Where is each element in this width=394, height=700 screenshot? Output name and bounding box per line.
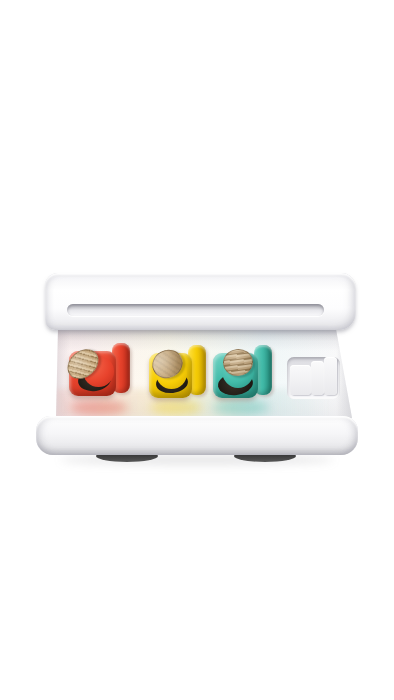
toy-base — [36, 416, 358, 455]
step-3 — [324, 357, 337, 395]
toy-top-rail — [45, 273, 356, 330]
step-2 — [311, 361, 324, 395]
step-1 — [290, 365, 311, 395]
product-photo — [0, 0, 394, 700]
molded-steps — [287, 352, 343, 400]
peg-block-red — [67, 343, 133, 401]
top-rail-groove — [67, 304, 324, 316]
red-block-reflection — [70, 400, 128, 415]
peg-block-teal — [211, 345, 277, 403]
peg-block-yellow — [147, 345, 213, 403]
